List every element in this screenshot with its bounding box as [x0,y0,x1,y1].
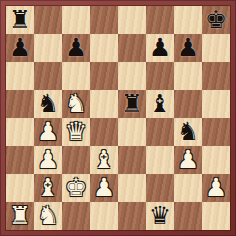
square-g6[interactable] [174,62,202,90]
square-f6[interactable] [146,62,174,90]
square-e5[interactable]: ♜ [118,90,146,118]
white-queen-piece[interactable]: ♛ [65,119,87,144]
white-rook-piece[interactable]: ♜ [9,203,31,228]
white-bishop-piece[interactable]: ♝ [37,175,59,200]
square-h2[interactable]: ♟ [202,174,230,202]
white-pawn-piece[interactable]: ♟ [177,147,199,172]
square-f5[interactable]: ♝ [146,90,174,118]
square-c6[interactable] [62,62,90,90]
square-b2[interactable]: ♝ [34,174,62,202]
square-b5[interactable]: ♞ [34,90,62,118]
square-g3[interactable]: ♟ [174,146,202,174]
square-a5[interactable] [6,90,34,118]
square-f2[interactable] [146,174,174,202]
white-pawn-piece[interactable]: ♟ [205,175,227,200]
white-pawn-piece[interactable]: ♟ [37,147,59,172]
white-knight-piece[interactable]: ♞ [37,203,59,228]
square-c2[interactable]: ♚ [62,174,90,202]
square-h6[interactable] [202,62,230,90]
square-f7[interactable]: ♟ [146,34,174,62]
black-king-piece[interactable]: ♚ [205,7,227,32]
square-f1[interactable]: ♛ [146,202,174,230]
square-a8[interactable]: ♜ [6,6,34,34]
square-b4[interactable]: ♟ [34,118,62,146]
square-c5[interactable]: ♞ [62,90,90,118]
square-h3[interactable] [202,146,230,174]
square-d7[interactable] [90,34,118,62]
square-c7[interactable]: ♟ [62,34,90,62]
black-rook-piece[interactable]: ♜ [121,91,143,116]
square-g7[interactable]: ♟ [174,34,202,62]
black-rook-piece[interactable]: ♜ [9,7,31,32]
square-h1[interactable] [202,202,230,230]
black-bishop-piece[interactable]: ♝ [149,91,171,116]
square-g2[interactable] [174,174,202,202]
black-knight-piece[interactable]: ♞ [37,91,59,116]
square-e6[interactable] [118,62,146,90]
chess-board: ♜♚♟♟♟♟♞♞♜♝♟♛♞♟♝♟♝♚♟♟♜♞♛ [6,6,230,230]
black-pawn-piece[interactable]: ♟ [65,35,87,60]
square-h5[interactable] [202,90,230,118]
square-e8[interactable] [118,6,146,34]
square-f8[interactable] [146,6,174,34]
square-b1[interactable]: ♞ [34,202,62,230]
square-g4[interactable]: ♞ [174,118,202,146]
white-pawn-piece[interactable]: ♟ [93,175,115,200]
square-a6[interactable] [6,62,34,90]
square-d6[interactable] [90,62,118,90]
square-c1[interactable] [62,202,90,230]
square-h7[interactable] [202,34,230,62]
square-b7[interactable] [34,34,62,62]
white-knight-piece[interactable]: ♞ [65,91,87,116]
square-d8[interactable] [90,6,118,34]
square-c3[interactable] [62,146,90,174]
square-a1[interactable]: ♜ [6,202,34,230]
square-b6[interactable] [34,62,62,90]
square-e4[interactable] [118,118,146,146]
square-h4[interactable] [202,118,230,146]
square-c4[interactable]: ♛ [62,118,90,146]
square-f3[interactable] [146,146,174,174]
square-b8[interactable] [34,6,62,34]
square-d5[interactable] [90,90,118,118]
white-pawn-piece[interactable]: ♟ [37,119,59,144]
square-e3[interactable] [118,146,146,174]
black-pawn-piece[interactable]: ♟ [9,35,31,60]
square-a3[interactable] [6,146,34,174]
chess-app: ♜♚♟♟♟♟♞♞♜♝♟♛♞♟♝♟♝♚♟♟♜♞♛ [0,0,236,236]
square-d4[interactable] [90,118,118,146]
square-a7[interactable]: ♟ [6,34,34,62]
square-e1[interactable] [118,202,146,230]
black-queen-piece[interactable]: ♛ [149,203,171,228]
square-e7[interactable] [118,34,146,62]
square-d1[interactable] [90,202,118,230]
square-g5[interactable] [174,90,202,118]
square-d3[interactable]: ♝ [90,146,118,174]
white-king-piece[interactable]: ♚ [65,175,87,200]
square-g1[interactable] [174,202,202,230]
square-f4[interactable] [146,118,174,146]
black-knight-piece[interactable]: ♞ [177,119,199,144]
square-a4[interactable] [6,118,34,146]
square-g8[interactable] [174,6,202,34]
black-pawn-piece[interactable]: ♟ [149,35,171,60]
square-c8[interactable] [62,6,90,34]
square-a2[interactable] [6,174,34,202]
square-h8[interactable]: ♚ [202,6,230,34]
white-bishop-piece[interactable]: ♝ [93,147,115,172]
square-d2[interactable]: ♟ [90,174,118,202]
square-e2[interactable] [118,174,146,202]
black-pawn-piece[interactable]: ♟ [177,35,199,60]
square-b3[interactable]: ♟ [34,146,62,174]
board-frame: ♜♚♟♟♟♟♞♞♜♝♟♛♞♟♝♟♝♚♟♟♜♞♛ [0,0,236,236]
